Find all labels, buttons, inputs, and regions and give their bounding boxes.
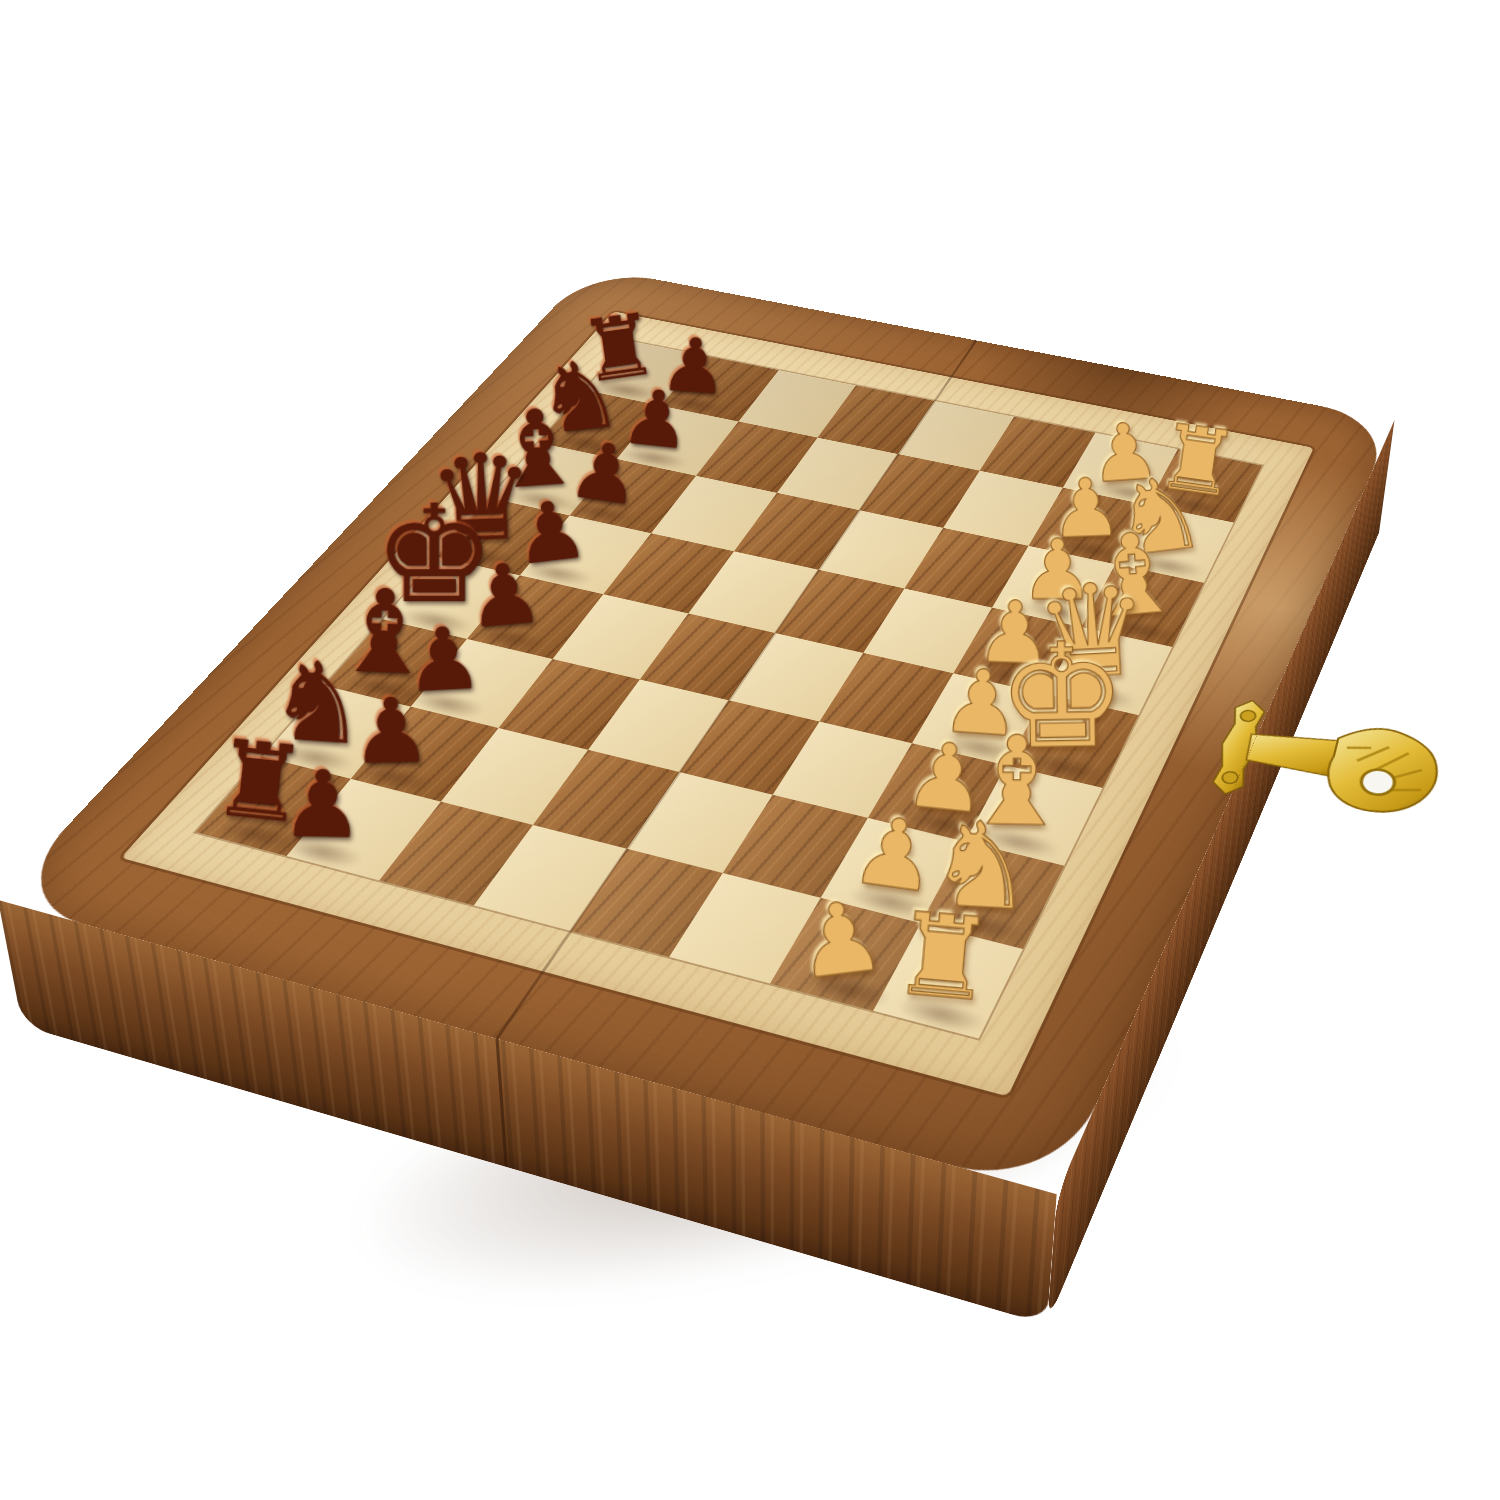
product-photo: ♜♟♟♜♞♟♟♞♝♟♟♝♛♟♟♛♚♟♟♚♝♟♟♝♞♟♟♞♜♟♟♜ bbox=[0, 0, 1500, 1500]
chess-box: ♜♟♟♜♞♟♟♞♝♟♟♝♛♟♟♛♚♟♟♚♝♟♟♝♞♟♟♞♜♟♟♜ bbox=[0, 267, 1394, 1194]
chess-piece-glyph: ♟ bbox=[280, 761, 365, 850]
scene: ♜♟♟♜♞♟♟♞♝♟♟♝♛♟♟♛♚♟♟♚♝♟♟♝♞♟♟♞♜♟♟♜ bbox=[0, 0, 1500, 1500]
chess-piece-glyph: ♟ bbox=[791, 889, 890, 992]
fold-seam-side bbox=[495, 1038, 507, 1167]
chess-piece-glyph: ♜ bbox=[888, 900, 999, 1016]
